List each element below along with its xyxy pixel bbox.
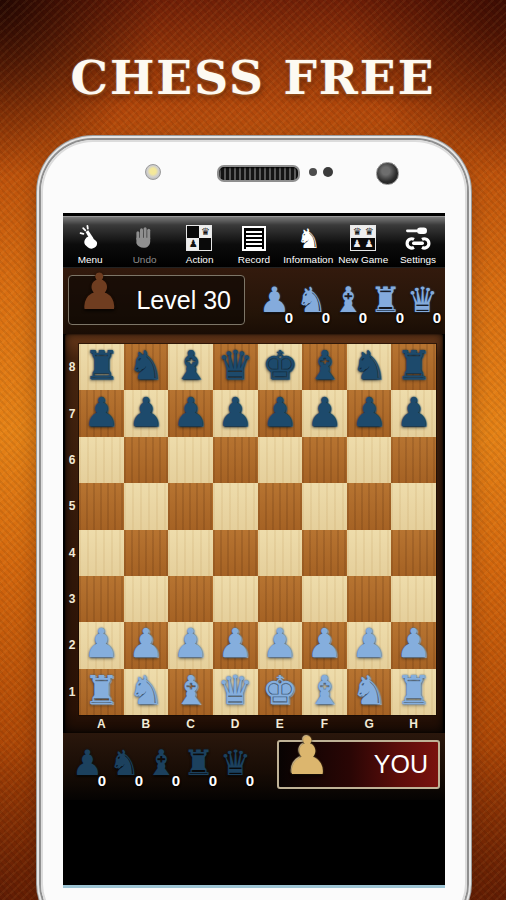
- piece-white-rook[interactable]: ♜: [83, 668, 119, 712]
- captured-count: 0: [322, 309, 330, 326]
- player-you-box[interactable]: ♟ YOU: [277, 740, 440, 789]
- square-f2[interactable]: ♟: [302, 622, 347, 668]
- undo-button[interactable]: Undo: [118, 217, 173, 267]
- piece-white-pawn[interactable]: ♟: [173, 621, 209, 665]
- square-g2[interactable]: ♟: [347, 622, 392, 668]
- square-g8[interactable]: ♞: [347, 344, 392, 390]
- piece-black-pawn[interactable]: ♟: [217, 390, 253, 434]
- captured-slot-queen: ♛0: [217, 736, 254, 791]
- phone-frame: Menu Undo: [41, 140, 467, 900]
- square-d8[interactable]: ♛: [213, 344, 258, 390]
- square-c7[interactable]: ♟: [168, 390, 213, 436]
- square-a5[interactable]: [79, 483, 124, 529]
- file-label: H: [391, 715, 436, 732]
- captured-slot-pawn: ♟0: [256, 273, 293, 328]
- square-b1[interactable]: ♞: [124, 669, 169, 715]
- square-f1[interactable]: ♝: [302, 669, 347, 715]
- piece-black-pawn[interactable]: ♟: [262, 390, 298, 434]
- rank-label: 7: [65, 390, 79, 436]
- captured-slot-bishop: ♝0: [143, 736, 180, 791]
- piece-black-pawn[interactable]: ♟: [307, 390, 343, 434]
- piece-white-pawn[interactable]: ♟: [262, 621, 298, 665]
- piece-black-rook[interactable]: ♜: [396, 343, 432, 387]
- square-e6[interactable]: [258, 437, 303, 483]
- piece-black-king[interactable]: ♚: [262, 343, 298, 387]
- square-g4[interactable]: [347, 530, 392, 576]
- piece-black-rook[interactable]: ♜: [83, 343, 119, 387]
- square-b3[interactable]: [124, 576, 169, 622]
- opponent-level-label: Level 30: [136, 276, 231, 324]
- toolbar-item-label: Action: [186, 253, 214, 264]
- square-e5[interactable]: [258, 483, 303, 529]
- captured-count: 0: [396, 309, 404, 326]
- piece-white-queen[interactable]: ♛: [217, 668, 253, 712]
- piece-black-queen[interactable]: ♛: [217, 343, 253, 387]
- square-c1[interactable]: ♝: [168, 669, 213, 715]
- square-c5[interactable]: [168, 483, 213, 529]
- earpiece-speaker: [217, 165, 300, 182]
- captured-count: 0: [135, 772, 143, 789]
- square-b4[interactable]: [124, 530, 169, 576]
- piece-white-king[interactable]: ♚: [262, 668, 298, 712]
- captured-slot-rook: ♜0: [367, 273, 404, 328]
- rank-label: 5: [65, 483, 79, 529]
- square-a7[interactable]: ♟: [79, 390, 124, 436]
- square-g6[interactable]: [347, 437, 392, 483]
- notification-led: [145, 164, 161, 180]
- settings-button[interactable]: Settings: [390, 217, 445, 267]
- file-label: B: [124, 715, 169, 732]
- piece-black-knight[interactable]: ♞: [128, 343, 164, 387]
- piece-black-pawn[interactable]: ♟: [351, 390, 387, 434]
- square-a3[interactable]: [79, 576, 124, 622]
- square-a4[interactable]: [79, 530, 124, 576]
- captured-slot-knight: ♞0: [293, 273, 330, 328]
- square-a2[interactable]: ♟: [79, 622, 124, 668]
- brown-pawn-icon: ♟: [77, 262, 122, 322]
- square-g3[interactable]: [347, 576, 392, 622]
- captured-count: 0: [433, 309, 441, 326]
- square-a8[interactable]: ♜: [79, 344, 124, 390]
- rank-label: 3: [65, 576, 79, 622]
- rank-label: 8: [65, 344, 79, 390]
- piece-white-bishop[interactable]: ♝: [173, 668, 209, 712]
- square-b8[interactable]: ♞: [124, 344, 169, 390]
- square-f8[interactable]: ♝: [302, 344, 347, 390]
- piece-white-pawn[interactable]: ♟: [128, 621, 164, 665]
- square-g5[interactable]: [347, 483, 392, 529]
- captured-slot-pawn: ♟0: [69, 736, 106, 791]
- toolbar-item-label: Undo: [133, 253, 157, 264]
- square-f3[interactable]: [302, 576, 347, 622]
- new-game-board-icon: ♛♛♟♟: [350, 223, 376, 253]
- square-h4[interactable]: [391, 530, 436, 576]
- piece-black-bishop[interactable]: ♝: [173, 343, 209, 387]
- rank-label: 4: [65, 530, 79, 576]
- toolbar: Menu Undo: [63, 216, 445, 268]
- square-e4[interactable]: [258, 530, 303, 576]
- settings-tools-icon: [405, 223, 431, 253]
- square-f6[interactable]: [302, 437, 347, 483]
- square-h5[interactable]: [391, 483, 436, 529]
- opponent-bar: ♟ Level 30 ♟0♞0♝0♜0♛0: [63, 268, 445, 334]
- action-button[interactable]: ♛♟ Action: [172, 217, 227, 267]
- square-d2[interactable]: ♟: [213, 622, 258, 668]
- opponent-captured-row: ♟0♞0♝0♜0♛0: [256, 273, 441, 328]
- piece-black-pawn[interactable]: ♟: [396, 390, 432, 434]
- piece-black-knight[interactable]: ♞: [351, 343, 387, 387]
- gold-pawn-icon: ♟: [284, 726, 331, 786]
- square-e8[interactable]: ♚: [258, 344, 303, 390]
- captured-count: 0: [359, 309, 367, 326]
- rank-labels: 87654321: [65, 344, 79, 715]
- square-b7[interactable]: ♟: [124, 390, 169, 436]
- rank-label: 6: [65, 437, 79, 483]
- piece-black-pawn[interactable]: ♟: [83, 390, 119, 434]
- square-d5[interactable]: [213, 483, 258, 529]
- proximity-sensor: [309, 168, 317, 176]
- information-button[interactable]: ♞ Information: [281, 217, 336, 267]
- front-camera: [376, 162, 399, 185]
- square-g1[interactable]: ♞: [347, 669, 392, 715]
- square-b5[interactable]: [124, 483, 169, 529]
- player-captured-row: ♟0♞0♝0♜0♛0: [69, 736, 254, 791]
- square-c2[interactable]: ♟: [168, 622, 213, 668]
- player-you-label: YOU: [374, 742, 428, 787]
- piece-white-pawn[interactable]: ♟: [217, 621, 253, 665]
- chess-board: 87654321 ♜♞♝♛♚♝♞♜♟♟♟♟♟♟♟♟♟♟♟♟♟♟♟♟♜♞♝♛♚♝♞…: [65, 334, 443, 733]
- knight-icon: ♞: [296, 223, 320, 253]
- square-h7[interactable]: ♟: [391, 390, 436, 436]
- square-d3[interactable]: [213, 576, 258, 622]
- rank-label: 2: [65, 622, 79, 668]
- square-b6[interactable]: [124, 437, 169, 483]
- square-e7[interactable]: ♟: [258, 390, 303, 436]
- piece-white-pawn[interactable]: ♟: [351, 621, 387, 665]
- piece-black-pawn[interactable]: ♟: [128, 390, 164, 434]
- piece-white-bishop[interactable]: ♝: [307, 668, 343, 712]
- toolbar-item-label: Record: [238, 253, 270, 264]
- captured-slot-knight: ♞0: [106, 736, 143, 791]
- square-f5[interactable]: [302, 483, 347, 529]
- square-c8[interactable]: ♝: [168, 344, 213, 390]
- action-board-icon: ♛♟: [186, 223, 212, 253]
- rank-label: 1: [65, 669, 79, 715]
- piece-white-rook[interactable]: ♜: [396, 668, 432, 712]
- toolbar-item-label: Information: [284, 253, 334, 264]
- file-label: C: [168, 715, 213, 732]
- square-c3[interactable]: [168, 576, 213, 622]
- square-e3[interactable]: [258, 576, 303, 622]
- square-h8[interactable]: ♜: [391, 344, 436, 390]
- square-a6[interactable]: [79, 437, 124, 483]
- toolbar-item-label: New Game: [338, 253, 388, 264]
- square-c4[interactable]: [168, 530, 213, 576]
- square-e2[interactable]: ♟: [258, 622, 303, 668]
- square-b2[interactable]: ♟: [124, 622, 169, 668]
- board-squares: ♜♞♝♛♚♝♞♜♟♟♟♟♟♟♟♟♟♟♟♟♟♟♟♟♜♞♝♛♚♝♞♜: [79, 344, 436, 715]
- piece-white-knight[interactable]: ♞: [351, 668, 387, 712]
- piece-black-pawn[interactable]: ♟: [173, 390, 209, 434]
- record-button[interactable]: Record: [227, 217, 282, 267]
- captured-slot-bishop: ♝0: [330, 273, 367, 328]
- square-a1[interactable]: ♜: [79, 669, 124, 715]
- file-label: G: [347, 715, 392, 732]
- piece-black-bishop[interactable]: ♝: [307, 343, 343, 387]
- file-label: A: [79, 715, 124, 732]
- captured-count: 0: [246, 772, 254, 789]
- light-sensor: [323, 167, 333, 177]
- captured-slot-queen: ♛0: [404, 273, 441, 328]
- square-d4[interactable]: [213, 530, 258, 576]
- palm-hand-icon: [132, 223, 158, 253]
- square-g7[interactable]: ♟: [347, 390, 392, 436]
- opponent-level-box[interactable]: ♟ Level 30: [68, 275, 245, 325]
- file-label: D: [213, 715, 258, 732]
- piece-white-pawn[interactable]: ♟: [83, 621, 119, 665]
- captured-count: 0: [285, 309, 293, 326]
- captured-slot-rook: ♜0: [180, 736, 217, 791]
- piece-white-knight[interactable]: ♞: [128, 668, 164, 712]
- tap-hand-icon: [77, 223, 103, 253]
- square-d7[interactable]: ♟: [213, 390, 258, 436]
- square-c6[interactable]: [168, 437, 213, 483]
- captured-count: 0: [172, 772, 180, 789]
- new-game-button[interactable]: ♛♛♟♟ New Game: [336, 217, 391, 267]
- menu-button[interactable]: Menu: [63, 217, 118, 267]
- square-h2[interactable]: ♟: [391, 622, 436, 668]
- square-h1[interactable]: ♜: [391, 669, 436, 715]
- square-d1[interactable]: ♛: [213, 669, 258, 715]
- piece-white-pawn[interactable]: ♟: [396, 621, 432, 665]
- square-d6[interactable]: [213, 437, 258, 483]
- page-title: CHESS FREE: [0, 50, 506, 105]
- app-screen: Menu Undo: [63, 213, 445, 888]
- record-lines-icon: [242, 223, 266, 253]
- toolbar-item-label: Settings: [400, 253, 436, 264]
- square-f4[interactable]: [302, 530, 347, 576]
- square-h3[interactable]: [391, 576, 436, 622]
- square-f7[interactable]: ♟: [302, 390, 347, 436]
- screen-filler: [63, 800, 445, 885]
- square-e1[interactable]: ♚: [258, 669, 303, 715]
- file-labels: ABCDEFGH: [79, 715, 436, 732]
- player-bar: ♟0♞0♝0♜0♛0 ♟ YOU: [63, 733, 445, 800]
- captured-count: 0: [209, 772, 217, 789]
- square-h6[interactable]: [391, 437, 436, 483]
- piece-white-pawn[interactable]: ♟: [307, 621, 343, 665]
- captured-count: 0: [98, 772, 106, 789]
